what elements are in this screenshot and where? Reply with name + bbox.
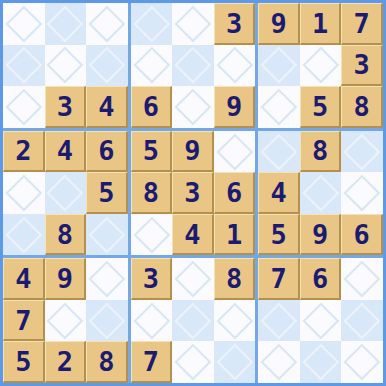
cell-r4c3[interactable]: 6 — [86, 131, 128, 173]
cell-r3c1[interactable] — [3, 86, 45, 128]
given-digit: 4 — [184, 221, 200, 248]
diamond-icon — [89, 302, 125, 338]
diamond-icon — [216, 344, 252, 380]
diamond-icon — [261, 344, 297, 380]
given-digit: 3 — [143, 265, 159, 292]
diamond-icon — [216, 302, 252, 338]
diamond-icon — [344, 175, 380, 211]
diamond-icon — [302, 175, 338, 211]
cell-r7c3[interactable] — [86, 258, 128, 300]
diamond-icon — [6, 6, 42, 42]
cell-r1c1[interactable] — [3, 3, 45, 45]
cell-r4c9[interactable] — [341, 131, 383, 173]
given-digit: 5 — [98, 179, 114, 206]
cell-r1c7[interactable]: 9 — [258, 3, 300, 45]
given-digit: 5 — [312, 93, 328, 120]
cell-r6c6[interactable]: 1 — [214, 214, 256, 256]
cell-r1c2[interactable] — [45, 3, 87, 45]
diamond-icon — [6, 47, 42, 83]
cell-r8c9[interactable] — [341, 300, 383, 342]
cell-r5c9[interactable] — [341, 172, 383, 214]
diamond-icon — [6, 216, 42, 252]
given-digit: 2 — [57, 348, 73, 375]
diamond-icon — [344, 261, 380, 297]
given-digit: 8 — [98, 348, 114, 375]
diamond-icon — [47, 47, 83, 83]
cell-r6c4[interactable] — [131, 214, 173, 256]
cell-r4c7[interactable] — [258, 131, 300, 173]
given-digit: 6 — [226, 179, 242, 206]
cell-r3c3[interactable]: 4 — [86, 86, 128, 128]
diamond-icon — [89, 47, 125, 83]
cell-r4c2[interactable]: 4 — [45, 131, 87, 173]
diamond-icon — [261, 89, 297, 125]
diamond-icon — [216, 133, 252, 169]
cell-r7c5[interactable] — [172, 258, 214, 300]
cell-r1c6[interactable]: 3 — [214, 3, 256, 45]
given-digit: 6 — [354, 221, 370, 248]
cell-r9c8[interactable] — [300, 341, 342, 383]
cell-r8c3[interactable] — [86, 300, 128, 342]
box-6: 84596 — [258, 131, 383, 256]
cell-r2c1[interactable] — [3, 45, 45, 87]
cell-r7c8[interactable]: 6 — [300, 258, 342, 300]
cell-r1c4[interactable] — [131, 3, 173, 45]
cell-r9c2[interactable]: 2 — [45, 341, 87, 383]
box-5: 5983641 — [131, 131, 256, 256]
cell-r2c8[interactable] — [300, 45, 342, 87]
cell-r7c9[interactable] — [341, 258, 383, 300]
diamond-icon — [216, 47, 252, 83]
diamond-icon — [89, 261, 125, 297]
cell-r2c2[interactable] — [45, 45, 87, 87]
given-digit: 5 — [143, 137, 159, 164]
cell-r5c2[interactable] — [45, 172, 87, 214]
cell-r2c7[interactable] — [258, 45, 300, 87]
cell-r6c2[interactable]: 8 — [45, 214, 87, 256]
given-digit: 7 — [15, 307, 31, 334]
cell-r8c4[interactable] — [131, 300, 173, 342]
cell-r1c5[interactable] — [172, 3, 214, 45]
given-digit: 1 — [226, 221, 242, 248]
diamond-icon — [175, 302, 211, 338]
given-digit: 3 — [184, 179, 200, 206]
given-digit: 8 — [354, 93, 370, 120]
cell-r6c1[interactable] — [3, 214, 45, 256]
given-digit: 8 — [57, 221, 73, 248]
diamond-icon — [344, 344, 380, 380]
box-2: 369 — [131, 3, 256, 128]
cell-r6c8[interactable]: 9 — [300, 214, 342, 256]
diamond-icon — [89, 6, 125, 42]
cell-r5c1[interactable] — [3, 172, 45, 214]
cell-r2c9[interactable]: 3 — [341, 45, 383, 87]
cell-r5c5[interactable]: 3 — [172, 172, 214, 214]
box-3: 917358 — [258, 3, 383, 128]
cell-r3c5[interactable] — [172, 86, 214, 128]
given-digit: 4 — [15, 265, 31, 292]
diamond-icon — [302, 344, 338, 380]
box-4: 24658 — [3, 131, 128, 256]
cell-r9c9[interactable] — [341, 341, 383, 383]
diamond-icon — [6, 175, 42, 211]
cell-r7c2[interactable]: 9 — [45, 258, 87, 300]
cell-r9c5[interactable] — [172, 341, 214, 383]
diamond-icon — [175, 6, 211, 42]
diamond-icon — [133, 302, 169, 338]
cell-r7c6[interactable]: 8 — [214, 258, 256, 300]
diamond-icon — [47, 6, 83, 42]
diamond-icon — [175, 344, 211, 380]
given-digit: 9 — [270, 10, 286, 37]
cell-r3c2[interactable]: 3 — [45, 86, 87, 128]
cell-r9c1[interactable]: 5 — [3, 341, 45, 383]
cell-r3c9[interactable]: 8 — [341, 86, 383, 128]
cell-r8c5[interactable] — [172, 300, 214, 342]
cell-r6c9[interactable]: 6 — [341, 214, 383, 256]
given-digit: 2 — [15, 137, 31, 164]
given-digit: 4 — [57, 137, 73, 164]
cell-r5c4[interactable]: 8 — [131, 172, 173, 214]
given-digit: 6 — [143, 93, 159, 120]
cell-r3c8[interactable]: 5 — [300, 86, 342, 128]
box-8: 387 — [131, 258, 256, 383]
diamond-icon — [261, 133, 297, 169]
diamond-icon — [261, 302, 297, 338]
cell-r8c2[interactable] — [45, 300, 87, 342]
cell-r4c5[interactable]: 9 — [172, 131, 214, 173]
cell-r8c8[interactable] — [300, 300, 342, 342]
cell-r5c6[interactable]: 6 — [214, 172, 256, 214]
cell-r5c7[interactable]: 4 — [258, 172, 300, 214]
given-digit: 6 — [312, 265, 328, 292]
given-digit: 3 — [354, 51, 370, 78]
box-9: 76 — [258, 258, 383, 383]
cell-r3c6[interactable]: 9 — [214, 86, 256, 128]
cell-r5c8[interactable] — [300, 172, 342, 214]
diamond-icon — [175, 261, 211, 297]
diamond-icon — [89, 216, 125, 252]
cell-r9c7[interactable] — [258, 341, 300, 383]
given-digit: 6 — [98, 137, 114, 164]
cell-r8c7[interactable] — [258, 300, 300, 342]
cell-r7c4[interactable]: 3 — [131, 258, 173, 300]
cell-r9c4[interactable]: 7 — [131, 341, 173, 383]
cell-r4c6[interactable] — [214, 131, 256, 173]
diamond-icon — [261, 47, 297, 83]
cell-r3c4[interactable]: 6 — [131, 86, 173, 128]
cell-r1c9[interactable]: 7 — [341, 3, 383, 45]
given-digit: 3 — [57, 93, 73, 120]
cell-r6c7[interactable]: 5 — [258, 214, 300, 256]
cell-r6c3[interactable] — [86, 214, 128, 256]
diamond-icon — [47, 175, 83, 211]
given-digit: 8 — [312, 137, 328, 164]
diamond-icon — [133, 6, 169, 42]
sudoku-board: 343699173582465859836418459649752838776 — [0, 0, 386, 386]
given-digit: 9 — [226, 93, 242, 120]
given-digit: 9 — [184, 137, 200, 164]
cell-r2c4[interactable] — [131, 45, 173, 87]
diamond-icon — [302, 302, 338, 338]
cell-r8c6[interactable] — [214, 300, 256, 342]
cell-r3c7[interactable] — [258, 86, 300, 128]
cell-r8c1[interactable]: 7 — [3, 300, 45, 342]
cell-r9c6[interactable] — [214, 341, 256, 383]
cell-r4c8[interactable]: 8 — [300, 131, 342, 173]
given-digit: 3 — [226, 10, 242, 37]
cell-r2c3[interactable] — [86, 45, 128, 87]
diamond-icon — [133, 216, 169, 252]
given-digit: 8 — [143, 179, 159, 206]
given-digit: 1 — [312, 10, 328, 37]
diamond-icon — [175, 47, 211, 83]
diamond-icon — [344, 302, 380, 338]
cell-r7c7[interactable]: 7 — [258, 258, 300, 300]
cell-r1c8[interactable]: 1 — [300, 3, 342, 45]
cell-r5c3[interactable]: 5 — [86, 172, 128, 214]
given-digit: 7 — [270, 265, 286, 292]
diamond-icon — [344, 133, 380, 169]
given-digit: 5 — [270, 221, 286, 248]
cell-r6c5[interactable]: 4 — [172, 214, 214, 256]
given-digit: 4 — [98, 93, 114, 120]
given-digit: 8 — [226, 265, 242, 292]
diamond-icon — [47, 302, 83, 338]
box-1: 34 — [3, 3, 128, 128]
cell-r1c3[interactable] — [86, 3, 128, 45]
cell-r4c4[interactable]: 5 — [131, 131, 173, 173]
diamond-icon — [302, 47, 338, 83]
given-digit: 4 — [270, 179, 286, 206]
given-digit: 5 — [15, 348, 31, 375]
diamond-icon — [175, 89, 211, 125]
cell-r9c3[interactable]: 8 — [86, 341, 128, 383]
diamond-icon — [6, 89, 42, 125]
cell-r4c1[interactable]: 2 — [3, 131, 45, 173]
diamond-icon — [133, 47, 169, 83]
cell-r2c6[interactable] — [214, 45, 256, 87]
cell-r2c5[interactable] — [172, 45, 214, 87]
given-digit: 7 — [143, 348, 159, 375]
cell-r7c1[interactable]: 4 — [3, 258, 45, 300]
given-digit: 9 — [57, 265, 73, 292]
given-digit: 9 — [312, 221, 328, 248]
given-digit: 7 — [354, 10, 370, 37]
box-7: 497528 — [3, 258, 128, 383]
